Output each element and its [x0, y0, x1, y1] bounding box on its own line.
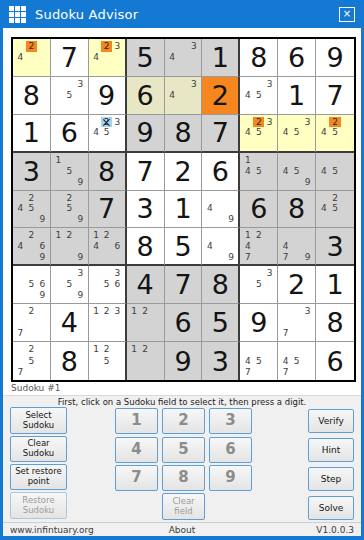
cell-value: 1 — [174, 195, 191, 222]
candidate-mark: 1 — [53, 230, 64, 241]
candidate-mark: 4 — [242, 127, 253, 138]
candidate-mark: 4 — [242, 90, 253, 101]
cell-candidates: 2469 — [15, 230, 48, 262]
sudoku-cell-r5c8[interactable]: 8 — [278, 191, 316, 229]
window-title: Sudoku Advisor — [35, 7, 138, 22]
sudoku-cell-r2c6[interactable]: 2 — [202, 77, 240, 115]
candidate-mark: 5 — [101, 127, 112, 138]
candidate-mark: 2 — [26, 230, 37, 241]
candidate-mark: 3 — [264, 268, 275, 279]
cell-value: 7 — [326, 82, 343, 109]
candidate-mark: 5 — [101, 355, 112, 366]
candidate-mark: 4 — [318, 204, 329, 215]
candidate-mark: 2 — [101, 344, 112, 355]
candidate-mark: 9 — [226, 252, 237, 263]
sudoku-cell-r7c3[interactable]: 356 — [89, 266, 127, 304]
cell-value: 3 — [212, 348, 229, 375]
sudoku-cell-r2c4[interactable]: 6 — [127, 77, 165, 115]
candidate-mark: 4 — [242, 355, 253, 366]
candidate-mark: 1 — [242, 230, 253, 241]
cell-value: 8 — [250, 44, 267, 71]
cell-candidates: 257 — [15, 344, 48, 378]
sudoku-cell-r6c4[interactable]: 8 — [127, 228, 165, 266]
cell-candidates: 345 — [280, 117, 313, 149]
sudoku-cell-r1c4[interactable]: 5 — [127, 39, 165, 77]
candidate-mark: 1 — [242, 155, 253, 166]
sudoku-cell-r6c2[interactable]: 129 — [51, 228, 89, 266]
cell-candidates: 2345 — [242, 117, 275, 149]
digit-button-7[interactable]: 7 — [115, 465, 158, 491]
sudoku-cell-r1c5[interactable]: 34 — [165, 39, 203, 77]
cell-value: 1 — [23, 119, 40, 146]
candidate-mark: 7 — [15, 367, 26, 378]
cell-candidates: 37 — [280, 306, 313, 339]
solve-button[interactable]: Solve — [308, 496, 354, 520]
cell-value: 2 — [174, 158, 191, 185]
cell-candidates: 12 — [129, 306, 162, 339]
candidate-mark: 4 — [91, 241, 102, 252]
cell-candidates: 27 — [15, 306, 48, 339]
cell-value: 8 — [212, 271, 229, 298]
candidate-mark: 3 — [264, 117, 275, 128]
sudoku-cell-r3c8[interactable]: 345 — [278, 115, 316, 153]
cell-candidates: 569 — [15, 268, 48, 301]
candidate-mark: 2 — [64, 193, 75, 204]
cell-candidates: 259 — [53, 193, 86, 226]
candidate-mark: 9 — [37, 290, 48, 301]
cell-value: 7 — [61, 44, 78, 71]
candidate-mark: 3 — [112, 41, 123, 52]
cell-value: 3 — [23, 158, 40, 185]
candidate-mark: 5 — [291, 166, 302, 177]
candidate-mark: 4 — [280, 241, 291, 252]
candidate-mark: 5 — [329, 127, 340, 138]
cell-value: 8 — [288, 195, 305, 222]
candidate-mark: 2 — [101, 306, 112, 317]
candidate-mark: 6 — [37, 241, 48, 252]
candidate-mark: 5 — [291, 355, 302, 366]
cell-value: 9 — [174, 348, 191, 375]
candidate-mark: 9 — [75, 177, 86, 188]
candidate-mark: 2 — [329, 193, 340, 204]
cell-value: 3 — [137, 195, 154, 222]
sudoku-cell-r4c4[interactable]: 7 — [127, 153, 165, 191]
cell-candidates: 129 — [53, 230, 86, 262]
cell-candidates: 49 — [204, 230, 236, 262]
candidate-mark: 1 — [129, 344, 140, 355]
sudoku-cell-r3c5[interactable]: 8 — [165, 115, 203, 153]
sudoku-board: 2472345341869835963423451716234598723453… — [11, 37, 356, 382]
sudoku-cell-r8c6[interactable]: 5 — [202, 304, 240, 342]
about-link[interactable]: About — [125, 525, 240, 535]
candidate-mark: 9 — [302, 177, 313, 188]
candidate-mark: 1 — [91, 344, 102, 355]
cell-candidates: 1247 — [242, 230, 275, 262]
candidate-mark: 9 — [75, 214, 86, 225]
cell-candidates: 245 — [318, 117, 352, 149]
candidate-mark: 4 — [280, 166, 291, 177]
sudoku-cell-r7c9[interactable]: 1 — [316, 266, 354, 304]
sudoku-cell-r6c1[interactable]: 2469 — [13, 228, 51, 266]
candidate-mark: 6 — [112, 279, 123, 290]
candidate-mark: 4 — [242, 241, 253, 252]
cell-value: 6 — [212, 158, 229, 185]
cell-candidates: 24 — [15, 41, 48, 74]
candidate-mark: 3 — [112, 268, 123, 279]
sudoku-cell-r8c7[interactable]: 9 — [240, 304, 278, 342]
cell-candidates: 457 — [242, 344, 275, 378]
close-icon[interactable]: × — [339, 7, 355, 22]
candidate-mark: 7 — [15, 328, 26, 339]
content-area: 2472345341869835963423451716234598723453… — [3, 28, 361, 536]
cell-value: 5 — [174, 233, 191, 260]
sudoku-cell-r9c4[interactable]: 12 — [127, 342, 165, 380]
cell-value: 9 — [98, 82, 115, 109]
sudoku-cell-r4c8[interactable]: 459 — [278, 153, 316, 191]
cell-value: 1 — [212, 44, 229, 71]
candidate-mark: 4 — [167, 52, 178, 63]
sudoku-cell-r8c4[interactable]: 12 — [127, 304, 165, 342]
cell-candidates: 459 — [280, 155, 313, 188]
candidate-mark: 4 — [242, 166, 253, 177]
candidate-mark: 5 — [253, 166, 264, 177]
cell-candidates: 1246 — [91, 230, 123, 262]
step-button[interactable]: Step — [308, 467, 354, 491]
sudoku-cell-r1c9[interactable]: 9 — [316, 39, 354, 77]
candidate-mark: 2 — [329, 117, 340, 128]
cell-value: 3 — [326, 233, 343, 260]
sudoku-cell-r5c4[interactable]: 3 — [127, 191, 165, 229]
sudoku-cell-r1c3[interactable]: 234 — [89, 39, 127, 77]
cell-value: 7 — [98, 195, 115, 222]
candidate-mark: 9 — [37, 214, 48, 225]
sudoku-cell-r9c3[interactable]: 125 — [89, 342, 127, 380]
cell-value: 6 — [137, 82, 154, 109]
cell-value: 6 — [174, 309, 191, 336]
sudoku-cell-r7c7[interactable]: 35 — [240, 266, 278, 304]
cell-value: 9 — [326, 44, 343, 71]
sudoku-cell-r5c3[interactable]: 7 — [89, 191, 127, 229]
candidate-mark: 3 — [188, 79, 199, 90]
cell-value: 4 — [61, 309, 78, 336]
candidate-mark: 4 — [91, 127, 102, 138]
candidate-mark: 5 — [64, 90, 75, 101]
candidate-mark: 3 — [264, 79, 275, 90]
sudoku-cell-r1c7[interactable]: 8 — [240, 39, 278, 77]
sudoku-cell-r9c9[interactable]: 6 — [316, 342, 354, 380]
candidate-mark: 6 — [37, 279, 48, 290]
candidate-mark: 5 — [26, 355, 37, 366]
candidate-mark: 7 — [280, 252, 291, 263]
sudoku-cell-r9c2[interactable]: 8 — [51, 342, 89, 380]
candidate-mark: 1 — [91, 306, 102, 317]
candidate-mark: 5 — [64, 279, 75, 290]
digit-button-9[interactable]: 9 — [209, 465, 252, 491]
sudoku-cell-r8c1[interactable]: 27 — [13, 304, 51, 342]
sudoku-cell-r1c1[interactable]: 24 — [13, 39, 51, 77]
cell-value: 9 — [250, 309, 267, 336]
digit-button-3[interactable]: 3 — [209, 408, 252, 434]
sudoku-cell-r4c7[interactable]: 145 — [240, 153, 278, 191]
candidate-mark: 3 — [188, 41, 199, 52]
sudoku-cell-r9c5[interactable]: 9 — [165, 342, 203, 380]
digit-button-4[interactable]: 4 — [115, 437, 158, 463]
sudoku-cell-r6c6[interactable]: 49 — [202, 228, 240, 266]
candidate-mark: 2 — [26, 306, 37, 317]
sudoku-cell-r4c6[interactable]: 6 — [202, 153, 240, 191]
cell-candidates: 245 — [318, 193, 352, 226]
candidate-mark: 4 — [15, 52, 26, 63]
cell-value: 2 — [212, 82, 229, 109]
candidate-mark: 5 — [64, 204, 75, 215]
cell-value: 6 — [326, 348, 343, 375]
candidate-mark: 3 — [112, 306, 123, 317]
digit-button-5[interactable]: 5 — [162, 437, 205, 463]
website-link[interactable]: www.infintuary.org — [10, 525, 125, 535]
sudoku-cell-r4c5[interactable]: 2 — [165, 153, 203, 191]
candidate-mark: 3 — [75, 79, 86, 90]
verify-button[interactable]: Verify — [308, 409, 354, 433]
digit-button-8[interactable]: 8 — [162, 465, 205, 491]
cell-value: 8 — [98, 158, 115, 185]
sudoku-cell-r2c3[interactable]: 9 — [89, 77, 127, 115]
candidate-mark: 5 — [253, 127, 264, 138]
clear-field-button[interactable]: Clear field — [162, 493, 205, 520]
candidate-mark: 9 — [302, 252, 313, 263]
app-window: Sudoku Advisor × 24723453418698359634234… — [0, 0, 364, 540]
candidate-mark: 4 — [15, 241, 26, 252]
candidate-mark: 5 — [253, 90, 264, 101]
instruction-text: First, click on a Sudoku field to select… — [3, 397, 361, 407]
sudoku-cell-r8c8[interactable]: 37 — [278, 304, 316, 342]
candidate-mark: 4 — [318, 166, 329, 177]
cell-candidates: 35 — [242, 268, 275, 301]
candidate-mark: 2 — [26, 344, 37, 355]
candidate-mark: 9 — [75, 252, 86, 263]
cell-value: 7 — [212, 119, 229, 146]
sudoku-cell-r7c2[interactable]: 359 — [51, 266, 89, 304]
candidate-mark: 3 — [302, 117, 313, 128]
cell-candidates: 123 — [91, 306, 123, 339]
candidate-mark: 2 — [140, 344, 151, 355]
candidate-mark: 2 — [101, 41, 112, 52]
candidate-mark: 1 — [129, 306, 140, 317]
cell-value: 7 — [174, 271, 191, 298]
cell-candidates: 234 — [91, 41, 123, 74]
title-bar: Sudoku Advisor × — [0, 0, 364, 28]
sudoku-cell-r2c2[interactable]: 35 — [51, 77, 89, 115]
sudoku-cell-r4c2[interactable]: 159 — [51, 153, 89, 191]
sudoku-cell-r2c7[interactable]: 345 — [240, 77, 278, 115]
candidate-mark: 4 — [15, 204, 26, 215]
restore-sudoku-button[interactable]: Restore Sudoku — [10, 492, 67, 519]
candidate-mark: 6 — [112, 241, 123, 252]
sudoku-cell-r3c7[interactable]: 2345 — [240, 115, 278, 153]
cell-value: 1 — [288, 82, 305, 109]
candidate-mark: 5 — [253, 355, 264, 366]
sudoku-cell-r2c5[interactable]: 34 — [165, 77, 203, 115]
sudoku-cell-r1c6[interactable]: 1 — [202, 39, 240, 77]
sudoku-cell-r5c2[interactable]: 259 — [51, 191, 89, 229]
candidate-mark: 7 — [280, 328, 291, 339]
sudoku-cell-r3c2[interactable]: 6 — [51, 115, 89, 153]
cell-candidates: 159 — [53, 155, 86, 188]
sudoku-cell-r5c9[interactable]: 245 — [316, 191, 354, 229]
candidate-mark: 2 — [26, 41, 37, 52]
cell-value: 8 — [137, 233, 154, 260]
candidate-mark: 7 — [242, 252, 253, 263]
sudoku-cell-r8c9[interactable]: 8 — [316, 304, 354, 342]
candidate-mark: 2 — [253, 117, 264, 128]
sudoku-cell-r5c7[interactable]: 6 — [240, 191, 278, 229]
digit-button-2[interactable]: 2 — [162, 408, 205, 434]
candidate-mark: 4 — [280, 355, 291, 366]
digit-button-1[interactable]: 1 — [115, 408, 158, 434]
cell-value: 9 — [137, 119, 154, 146]
candidate-mark: 5 — [329, 166, 340, 177]
sudoku-cell-r3c1[interactable]: 1 — [13, 115, 51, 153]
sudoku-cell-r5c5[interactable]: 1 — [165, 191, 203, 229]
hint-button[interactable]: Hint — [308, 438, 354, 462]
candidate-mark: 9 — [226, 214, 237, 225]
cell-candidates: 49 — [204, 193, 236, 226]
cell-candidates: 145 — [242, 155, 275, 188]
cell-value: 8 — [174, 119, 191, 146]
candidate-mark: 4 — [204, 241, 215, 252]
sudoku-cell-r7c6[interactable]: 8 — [202, 266, 240, 304]
candidate-mark: 5 — [329, 204, 340, 215]
candidate-mark: 2 — [140, 306, 151, 317]
candidate-mark: 4 — [167, 90, 178, 101]
cell-candidates: 2459 — [15, 193, 48, 226]
candidate-mark: 5 — [26, 204, 37, 215]
sudoku-cell-r9c8[interactable]: 457 — [278, 342, 316, 380]
sudoku-cell-r2c9[interactable]: 7 — [316, 77, 354, 115]
candidate-mark: 2 — [101, 117, 112, 128]
candidate-mark: 3 — [75, 268, 86, 279]
sudoku-cell-r2c1[interactable]: 8 — [13, 77, 51, 115]
cell-value: 2 — [288, 271, 305, 298]
sudoku-cell-r9c7[interactable]: 457 — [240, 342, 278, 380]
cell-candidates: 34 — [167, 41, 200, 74]
cell-candidates: 34 — [167, 79, 200, 112]
cell-candidates: 45 — [318, 155, 352, 188]
sudoku-cell-r8c2[interactable]: 4 — [51, 304, 89, 342]
cell-value: 8 — [23, 82, 40, 109]
cell-value: 5 — [137, 44, 154, 71]
app-grid-icon — [9, 6, 26, 23]
sudoku-cell-r7c5[interactable]: 7 — [165, 266, 203, 304]
cell-value: 7 — [137, 158, 154, 185]
cell-candidates: 479 — [280, 230, 313, 262]
cell-value: 1 — [326, 271, 343, 298]
set-restore-point-button[interactable]: Set restore point — [10, 464, 67, 490]
candidate-mark: 4 — [204, 204, 215, 215]
cell-value: 6 — [61, 119, 78, 146]
candidate-mark: 9 — [75, 290, 86, 301]
cell-candidates: 359 — [53, 268, 86, 301]
sudoku-cell-r4c3[interactable]: 8 — [89, 153, 127, 191]
sudoku-cell-r7c4[interactable]: 4 — [127, 266, 165, 304]
cell-candidates: 35 — [53, 79, 86, 112]
sudoku-cell-r6c8[interactable]: 479 — [278, 228, 316, 266]
candidate-mark: 4 — [91, 52, 102, 63]
candidate-mark: 7 — [280, 367, 291, 378]
puzzle-status-label: Sudoku #1 — [11, 383, 60, 393]
candidate-mark: 5 — [64, 166, 75, 177]
candidate-mark: 2 — [64, 230, 75, 241]
sudoku-cell-r9c6[interactable]: 3 — [202, 342, 240, 380]
sudoku-cell-r4c1[interactable]: 3 — [13, 153, 51, 191]
sudoku-cell-r6c7[interactable]: 1247 — [240, 228, 278, 266]
sudoku-cell-r3c9[interactable]: 245 — [316, 115, 354, 153]
cell-value: 5 — [212, 309, 229, 336]
cell-candidates: 457 — [280, 344, 313, 378]
sudoku-cell-r6c3[interactable]: 1246 — [89, 228, 127, 266]
cell-value: 6 — [288, 44, 305, 71]
cell-value: 8 — [326, 309, 343, 336]
sudoku-cell-r3c4[interactable]: 9 — [127, 115, 165, 153]
sudoku-cell-r1c8[interactable]: 6 — [278, 39, 316, 77]
sudoku-cell-r1c2[interactable]: 7 — [51, 39, 89, 77]
candidate-mark: 2 — [26, 193, 37, 204]
sudoku-cell-r9c1[interactable]: 257 — [13, 342, 51, 380]
sudoku-cell-r2c8[interactable]: 1 — [278, 77, 316, 115]
candidate-mark: 7 — [242, 367, 253, 378]
candidate-mark: 5 — [291, 127, 302, 138]
select-sudoku-button[interactable]: Select Sudoku — [10, 407, 67, 434]
cell-value: 4 — [137, 271, 154, 298]
cell-value: 8 — [61, 348, 78, 375]
candidate-mark: 5 — [253, 279, 264, 290]
status-bar: www.infintuary.org About V1.0.0.3 — [3, 522, 361, 536]
candidate-mark: 2 — [101, 230, 112, 241]
candidate-mark: 3 — [112, 117, 123, 128]
sudoku-cell-r7c8[interactable]: 2 — [278, 266, 316, 304]
candidate-mark: 4 — [280, 127, 291, 138]
candidate-mark: 5 — [26, 279, 37, 290]
version-label: V1.0.0.3 — [239, 525, 354, 535]
cell-candidates: 356 — [91, 268, 123, 301]
sudoku-cell-r8c3[interactable]: 123 — [89, 304, 127, 342]
digit-button-6[interactable]: 6 — [209, 437, 252, 463]
cell-candidates: 2345 — [91, 117, 123, 149]
cell-candidates: 12 — [129, 344, 162, 378]
cell-candidates: 345 — [242, 79, 275, 112]
candidate-mark: 1 — [53, 155, 64, 166]
candidate-mark: 5 — [101, 279, 112, 290]
sudoku-cell-r6c5[interactable]: 5 — [165, 228, 203, 266]
candidate-mark: 4 — [318, 127, 329, 138]
clear-sudoku-button[interactable]: Clear Sudoku — [10, 436, 67, 462]
candidate-mark: 3 — [302, 306, 313, 317]
sudoku-cell-r3c3[interactable]: 2345 — [89, 115, 127, 153]
sudoku-cell-r6c9[interactable]: 3 — [316, 228, 354, 266]
candidate-mark: 9 — [37, 252, 48, 263]
sudoku-cell-r8c5[interactable]: 6 — [165, 304, 203, 342]
sudoku-cell-r7c1[interactable]: 569 — [13, 266, 51, 304]
cell-value: 6 — [250, 195, 267, 222]
sudoku-cell-r3c6[interactable]: 7 — [202, 115, 240, 153]
sudoku-cell-r5c6[interactable]: 49 — [202, 191, 240, 229]
sudoku-cell-r5c1[interactable]: 2459 — [13, 191, 51, 229]
sudoku-cell-r4c9[interactable]: 45 — [316, 153, 354, 191]
candidate-mark: 2 — [253, 230, 264, 241]
candidate-mark: 1 — [91, 230, 102, 241]
cell-candidates: 125 — [91, 344, 123, 378]
